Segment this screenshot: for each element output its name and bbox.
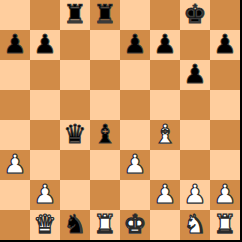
black-rook[interactable]: ♜ [63,0,86,29]
white-pawn[interactable]: ♟ [3,149,26,179]
white-queen[interactable]: ♛ [33,209,56,239]
white-bishop[interactable]: ♝ [153,119,176,149]
square-d5[interactable] [90,90,120,120]
square-h7[interactable]: ♟ [210,30,240,60]
square-a4[interactable] [0,120,30,150]
black-knight[interactable]: ♞ [63,209,86,239]
square-c2[interactable] [60,180,90,210]
black-queen[interactable]: ♛ [63,119,86,149]
white-king[interactable]: ♚ [123,209,146,239]
square-g1[interactable]: ♞ [180,210,210,240]
square-f6[interactable] [150,60,180,90]
square-a6[interactable] [0,60,30,90]
square-h1[interactable]: ♜ [210,210,240,240]
square-g6[interactable]: ♟ [180,60,210,90]
square-b5[interactable] [30,90,60,120]
white-rook[interactable]: ♜ [93,209,116,239]
square-b8[interactable] [30,0,60,30]
square-f2[interactable]: ♟ [150,180,180,210]
square-e2[interactable] [120,180,150,210]
square-g3[interactable] [180,150,210,180]
square-g8[interactable]: ♚ [180,0,210,30]
chess-board: ♜♜♚♟♟♟♟♟♟♛♝♝♟♟♟♟♟♟♛♞♜♚♞♜ [0,0,240,240]
square-c4[interactable]: ♛ [60,120,90,150]
square-h3[interactable] [210,150,240,180]
square-a8[interactable] [0,0,30,30]
square-e5[interactable] [120,90,150,120]
square-f7[interactable]: ♟ [150,30,180,60]
square-b6[interactable] [30,60,60,90]
square-e7[interactable]: ♟ [120,30,150,60]
square-g4[interactable] [180,120,210,150]
square-f3[interactable] [150,150,180,180]
white-pawn[interactable]: ♟ [33,179,56,209]
square-d3[interactable] [90,150,120,180]
square-c3[interactable] [60,150,90,180]
square-d2[interactable] [90,180,120,210]
black-bishop[interactable]: ♝ [93,119,116,149]
white-knight[interactable]: ♞ [183,209,206,239]
square-b2[interactable]: ♟ [30,180,60,210]
square-b4[interactable] [30,120,60,150]
black-pawn[interactable]: ♟ [183,59,206,89]
square-a5[interactable] [0,90,30,120]
chess-board-frame: ♜♜♚♟♟♟♟♟♟♛♝♝♟♟♟♟♟♟♛♞♜♚♞♜ [0,0,242,242]
square-f8[interactable] [150,0,180,30]
black-pawn[interactable]: ♟ [153,29,176,59]
square-e3[interactable]: ♟ [120,150,150,180]
square-h4[interactable] [210,120,240,150]
square-c7[interactable] [60,30,90,60]
square-d8[interactable]: ♜ [90,0,120,30]
square-f5[interactable] [150,90,180,120]
square-h6[interactable] [210,60,240,90]
black-pawn[interactable]: ♟ [213,29,236,59]
square-c8[interactable]: ♜ [60,0,90,30]
white-pawn[interactable]: ♟ [213,179,236,209]
black-rook[interactable]: ♜ [93,0,116,29]
square-e8[interactable] [120,0,150,30]
square-g7[interactable] [180,30,210,60]
square-e4[interactable] [120,120,150,150]
square-a1[interactable] [0,210,30,240]
square-d7[interactable] [90,30,120,60]
square-c1[interactable]: ♞ [60,210,90,240]
black-pawn[interactable]: ♟ [33,29,56,59]
square-f1[interactable] [150,210,180,240]
square-h8[interactable] [210,0,240,30]
square-g5[interactable] [180,90,210,120]
square-c6[interactable] [60,60,90,90]
square-a3[interactable]: ♟ [0,150,30,180]
square-c5[interactable] [60,90,90,120]
square-b3[interactable] [30,150,60,180]
square-a2[interactable] [0,180,30,210]
square-e6[interactable] [120,60,150,90]
square-a7[interactable]: ♟ [0,30,30,60]
square-h5[interactable] [210,90,240,120]
white-pawn[interactable]: ♟ [183,179,206,209]
square-d1[interactable]: ♜ [90,210,120,240]
square-d4[interactable]: ♝ [90,120,120,150]
black-pawn[interactable]: ♟ [123,29,146,59]
square-g2[interactable]: ♟ [180,180,210,210]
square-h2[interactable]: ♟ [210,180,240,210]
black-king[interactable]: ♚ [183,0,206,29]
white-pawn[interactable]: ♟ [153,179,176,209]
white-pawn[interactable]: ♟ [123,149,146,179]
square-b1[interactable]: ♛ [30,210,60,240]
white-rook[interactable]: ♜ [213,209,236,239]
square-d6[interactable] [90,60,120,90]
square-e1[interactable]: ♚ [120,210,150,240]
square-f4[interactable]: ♝ [150,120,180,150]
square-b7[interactable]: ♟ [30,30,60,60]
black-pawn[interactable]: ♟ [3,29,26,59]
